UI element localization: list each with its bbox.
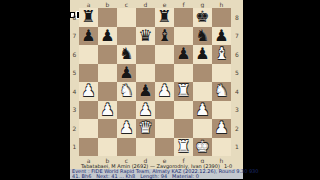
piece-black-knight: ♞ (119, 45, 133, 63)
piece-black-pawn: ♟ (100, 27, 114, 45)
piece-white-pawn: ♟ (138, 101, 152, 119)
file-label: d (136, 1, 155, 8)
piece-white-rook: ♜ (176, 138, 190, 156)
rank-label: 4 (231, 82, 243, 101)
file-label: c (117, 1, 136, 8)
piece-white-pawn: ♟ (157, 82, 171, 100)
file-label: b (98, 1, 117, 8)
square-c3 (117, 101, 136, 120)
piece-white-queen: ♛ (138, 119, 152, 137)
piece-black-pawn: ♟ (214, 27, 228, 45)
square-a5 (79, 64, 98, 83)
square-a8: ♜ (79, 8, 98, 27)
square-c8 (117, 8, 136, 27)
square-c7 (117, 27, 136, 46)
square-b6 (98, 45, 117, 64)
square-d6 (136, 45, 155, 64)
piece-white-pawn: ♟ (214, 119, 228, 137)
square-d1 (136, 138, 155, 157)
square-b5 (98, 64, 117, 83)
square-f1: ♜ (174, 138, 193, 157)
square-f2 (174, 119, 193, 138)
square-a3 (79, 101, 98, 120)
square-a7: ♟ (79, 27, 98, 46)
square-c1 (117, 138, 136, 157)
square-e8: ♜ (155, 8, 174, 27)
piece-white-pawn: ♟ (195, 101, 209, 119)
square-c6: ♞ (117, 45, 136, 64)
file-label: g (193, 1, 212, 8)
square-f8 (174, 8, 193, 27)
square-f4: ♜ (174, 82, 193, 101)
square-g2 (193, 119, 212, 138)
piece-black-pawn: ♟ (138, 82, 152, 100)
piece-white-pawn: ♟ (81, 82, 95, 100)
piece-white-pawn: ♟ (100, 101, 114, 119)
square-e4: ♟ (155, 82, 174, 101)
game-length: Length: 94 (140, 174, 167, 179)
rank-label: 8 (70, 8, 79, 27)
piece-white-pawn: ♟ (119, 119, 133, 137)
square-e5 (155, 64, 174, 83)
game-info-bar: Event : FIDE World Rapid Team, Almaty KA… (70, 169, 243, 179)
square-h8 (212, 8, 231, 27)
rank-label: 1 (70, 138, 79, 157)
square-g5 (193, 64, 212, 83)
piece-black-bishop: ♝ (157, 27, 171, 45)
square-f5 (174, 64, 193, 83)
file-label: h (212, 1, 231, 8)
square-e6 (155, 45, 174, 64)
next-move: Next: 41 ... Kh8 (96, 174, 135, 179)
square-g1: ♚ (193, 138, 212, 157)
square-d3: ♟ (136, 101, 155, 120)
square-h7: ♟ (212, 27, 231, 46)
piece-white-knight: ♞ (214, 82, 228, 100)
square-d2: ♛ (136, 119, 155, 138)
square-e1 (155, 138, 174, 157)
square-h3 (212, 101, 231, 120)
square-e7: ♝ (155, 27, 174, 46)
move-status-line: 41. Bh6 Next: 41 ... Kh8 Length: 94 Mate… (70, 174, 243, 179)
square-d8 (136, 8, 155, 27)
piece-white-knight: ♞ (119, 82, 133, 100)
square-d5 (136, 64, 155, 83)
piece-black-pawn: ♟ (195, 45, 209, 63)
square-d4: ♟ (136, 82, 155, 101)
rank-label: 3 (70, 101, 79, 120)
rank-labels-left: 87654321 (70, 8, 79, 156)
rank-label: 5 (70, 64, 79, 83)
piece-black-queen: ♛ (138, 27, 152, 45)
rank-label: 7 (231, 27, 243, 46)
square-g8: ♚ (193, 8, 212, 27)
piece-white-king: ♚ (195, 138, 209, 156)
square-f6: ♟ (174, 45, 193, 64)
file-label: e (155, 1, 174, 8)
rank-label: 2 (70, 119, 79, 138)
square-h4: ♞ (212, 82, 231, 101)
rank-labels-right: 87654321 (231, 8, 243, 156)
rank-label: 4 (70, 82, 79, 101)
file-label: f (174, 1, 193, 8)
rank-label: 5 (231, 64, 243, 83)
square-c5: ♟ (117, 64, 136, 83)
square-f7 (174, 27, 193, 46)
square-b2 (98, 119, 117, 138)
chess-board: ♜♜♚♟♟♛♝♞♟♞♟♟♝♟♟♞♟♟♜♞♟♟♟♟♛♟♜♚ (79, 8, 231, 156)
square-e3 (155, 101, 174, 120)
chessboard-panel: abcdefgh 87654321 ♜♜♚♟♟♛♝♞♟♞♟♟♝♟♟♞♟♟♜♞♟♟… (70, 0, 243, 176)
piece-white-bishop: ♝ (214, 45, 228, 63)
file-label: a (79, 1, 98, 8)
piece-black-knight: ♞ (195, 27, 209, 45)
piece-black-king: ♚ (195, 8, 209, 26)
square-h6: ♝ (212, 45, 231, 64)
piece-black-rook: ♜ (81, 8, 95, 26)
square-h2: ♟ (212, 119, 231, 138)
piece-black-pawn: ♟ (119, 64, 133, 82)
piece-black-rook: ♜ (157, 8, 171, 26)
square-h5 (212, 64, 231, 83)
rank-label: 8 (231, 8, 243, 27)
rank-label: 1 (231, 138, 243, 157)
square-g6: ♟ (193, 45, 212, 64)
piece-black-pawn: ♟ (81, 27, 95, 45)
rank-label: 6 (70, 45, 79, 64)
piece-black-pawn: ♟ (176, 45, 190, 63)
video-frame: abcdefgh 87654321 ♜♜♚♟♟♛♝♞♟♞♟♟♝♟♟♞♟♟♜♞♟♟… (0, 0, 320, 180)
square-c2: ♟ (117, 119, 136, 138)
square-g4 (193, 82, 212, 101)
file-labels-top: abcdefgh (79, 1, 231, 8)
square-a2 (79, 119, 98, 138)
square-b4 (98, 82, 117, 101)
current-move: 41. Bh6 (72, 174, 91, 179)
rank-label: 2 (231, 119, 243, 138)
square-g3: ♟ (193, 101, 212, 120)
square-e2 (155, 119, 174, 138)
square-b7: ♟ (98, 27, 117, 46)
square-b3: ♟ (98, 101, 117, 120)
square-f3 (174, 101, 193, 120)
rank-label: 7 (70, 27, 79, 46)
square-d7: ♛ (136, 27, 155, 46)
square-a4: ♟ (79, 82, 98, 101)
square-a1 (79, 138, 98, 157)
square-b1 (98, 138, 117, 157)
rank-label: 3 (231, 101, 243, 120)
square-c4: ♞ (117, 82, 136, 101)
rank-label: 6 (231, 45, 243, 64)
material-balance: Material: 0 (172, 174, 199, 179)
piece-white-rook: ♜ (176, 82, 190, 100)
square-h1 (212, 138, 231, 157)
square-g7: ♞ (193, 27, 212, 46)
square-b8 (98, 8, 117, 27)
square-a6 (79, 45, 98, 64)
